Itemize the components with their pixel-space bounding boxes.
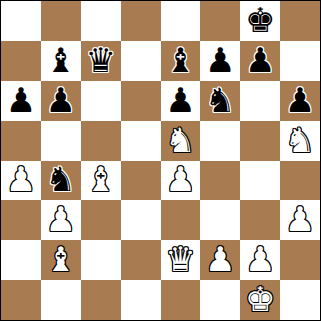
square-d1[interactable]: [121, 280, 161, 320]
piece-white-pawn: ♟: [285, 202, 315, 236]
square-b8[interactable]: [41, 1, 81, 41]
square-d8[interactable]: [121, 1, 161, 41]
square-f5[interactable]: [200, 121, 240, 161]
square-d2[interactable]: [121, 240, 161, 280]
square-a5[interactable]: [1, 121, 41, 161]
square-c4[interactable]: ♝: [81, 161, 121, 201]
square-b5[interactable]: [41, 121, 81, 161]
square-e3[interactable]: [161, 200, 201, 240]
square-h1[interactable]: [280, 280, 320, 320]
square-h2[interactable]: [280, 240, 320, 280]
square-d4[interactable]: [121, 161, 161, 201]
square-d3[interactable]: [121, 200, 161, 240]
square-e5[interactable]: ♞: [161, 121, 201, 161]
square-a3[interactable]: [1, 200, 41, 240]
square-g3[interactable]: [240, 200, 280, 240]
piece-white-pawn: ♟: [245, 242, 275, 276]
square-g4[interactable]: [240, 161, 280, 201]
piece-black-pawn: ♟: [285, 83, 315, 117]
square-e8[interactable]: [161, 1, 201, 41]
square-e2[interactable]: ♛: [161, 240, 201, 280]
square-g7[interactable]: ♟: [240, 41, 280, 81]
piece-black-queen: ♛: [85, 43, 115, 77]
square-c5[interactable]: [81, 121, 121, 161]
piece-black-bishop: ♝: [46, 43, 76, 77]
piece-white-pawn: ♟: [205, 242, 235, 276]
square-b6[interactable]: ♟: [41, 81, 81, 121]
square-c1[interactable]: [81, 280, 121, 320]
square-a6[interactable]: ♟: [1, 81, 41, 121]
square-b2[interactable]: ♝: [41, 240, 81, 280]
piece-black-bishop: ♝: [165, 43, 195, 77]
piece-white-pawn: ♟: [165, 162, 195, 196]
piece-black-pawn: ♟: [165, 83, 195, 117]
square-h7[interactable]: [280, 41, 320, 81]
square-d5[interactable]: [121, 121, 161, 161]
square-f4[interactable]: [200, 161, 240, 201]
square-h6[interactable]: ♟: [280, 81, 320, 121]
square-f2[interactable]: ♟: [200, 240, 240, 280]
piece-black-knight: ♞: [205, 83, 235, 117]
piece-white-bishop: ♝: [46, 242, 76, 276]
square-b4[interactable]: ♞: [41, 161, 81, 201]
piece-black-king: ♚: [245, 3, 275, 37]
square-h8[interactable]: [280, 1, 320, 41]
square-h3[interactable]: ♟: [280, 200, 320, 240]
square-g1[interactable]: ♚: [240, 280, 280, 320]
piece-black-pawn: ♟: [205, 43, 235, 77]
square-f7[interactable]: ♟: [200, 41, 240, 81]
square-f1[interactable]: [200, 280, 240, 320]
square-g2[interactable]: ♟: [240, 240, 280, 280]
square-e7[interactable]: ♝: [161, 41, 201, 81]
piece-black-knight: ♞: [46, 162, 76, 196]
chess-board: ♚♝♛♝♟♟♟♟♟♞♟♞♞♟♞♝♟♟♟♝♛♟♟♚: [0, 0, 321, 321]
square-e1[interactable]: [161, 280, 201, 320]
square-a4[interactable]: ♟: [1, 161, 41, 201]
square-a2[interactable]: [1, 240, 41, 280]
square-g5[interactable]: [240, 121, 280, 161]
piece-white-pawn: ♟: [46, 202, 76, 236]
square-f8[interactable]: [200, 1, 240, 41]
square-f6[interactable]: ♞: [200, 81, 240, 121]
square-f3[interactable]: [200, 200, 240, 240]
piece-white-pawn: ♟: [6, 162, 36, 196]
piece-white-queen: ♛: [165, 242, 195, 276]
square-d6[interactable]: [121, 81, 161, 121]
square-c3[interactable]: [81, 200, 121, 240]
square-d7[interactable]: [121, 41, 161, 81]
square-a1[interactable]: [1, 280, 41, 320]
square-h5[interactable]: ♞: [280, 121, 320, 161]
piece-white-king: ♚: [245, 282, 275, 316]
square-c6[interactable]: [81, 81, 121, 121]
square-g8[interactable]: ♚: [240, 1, 280, 41]
square-c7[interactable]: ♛: [81, 41, 121, 81]
square-b1[interactable]: [41, 280, 81, 320]
square-e4[interactable]: ♟: [161, 161, 201, 201]
square-e6[interactable]: ♟: [161, 81, 201, 121]
piece-black-pawn: ♟: [6, 83, 36, 117]
square-b3[interactable]: ♟: [41, 200, 81, 240]
square-c2[interactable]: [81, 240, 121, 280]
piece-white-knight: ♞: [165, 123, 195, 157]
square-h4[interactable]: [280, 161, 320, 201]
piece-black-pawn: ♟: [46, 83, 76, 117]
piece-black-pawn: ♟: [245, 43, 275, 77]
square-c8[interactable]: [81, 1, 121, 41]
square-b7[interactable]: ♝: [41, 41, 81, 81]
square-g6[interactable]: [240, 81, 280, 121]
square-a8[interactable]: [1, 1, 41, 41]
piece-white-knight: ♞: [285, 123, 315, 157]
square-a7[interactable]: [1, 41, 41, 81]
piece-white-bishop: ♝: [85, 162, 115, 196]
